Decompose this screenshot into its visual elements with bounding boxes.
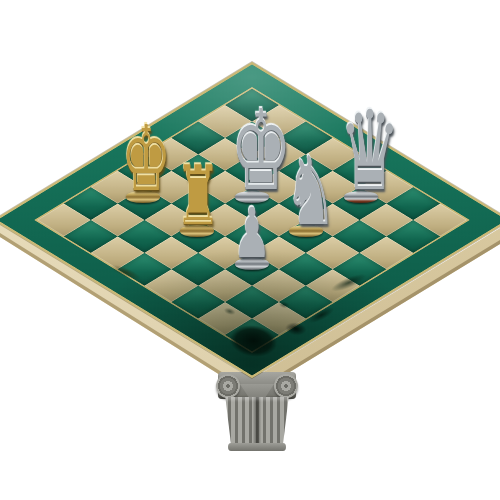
squares-grid: [34, 87, 470, 353]
ionic-column-foot: [228, 443, 286, 451]
ionic-volute-right-icon: [274, 374, 298, 398]
ionic-volute-left-icon: [216, 374, 240, 398]
ionic-fluted-column: [221, 397, 293, 445]
board-top-face: [0, 62, 500, 378]
product-photo-canvas: ♚♜♚♟♞♛: [0, 0, 500, 500]
